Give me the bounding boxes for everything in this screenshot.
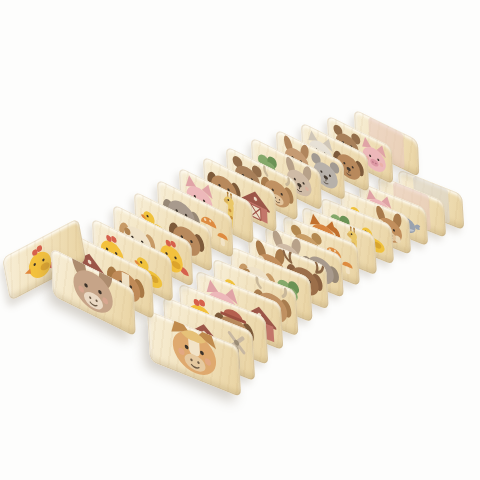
product-photo — [0, 0, 480, 480]
